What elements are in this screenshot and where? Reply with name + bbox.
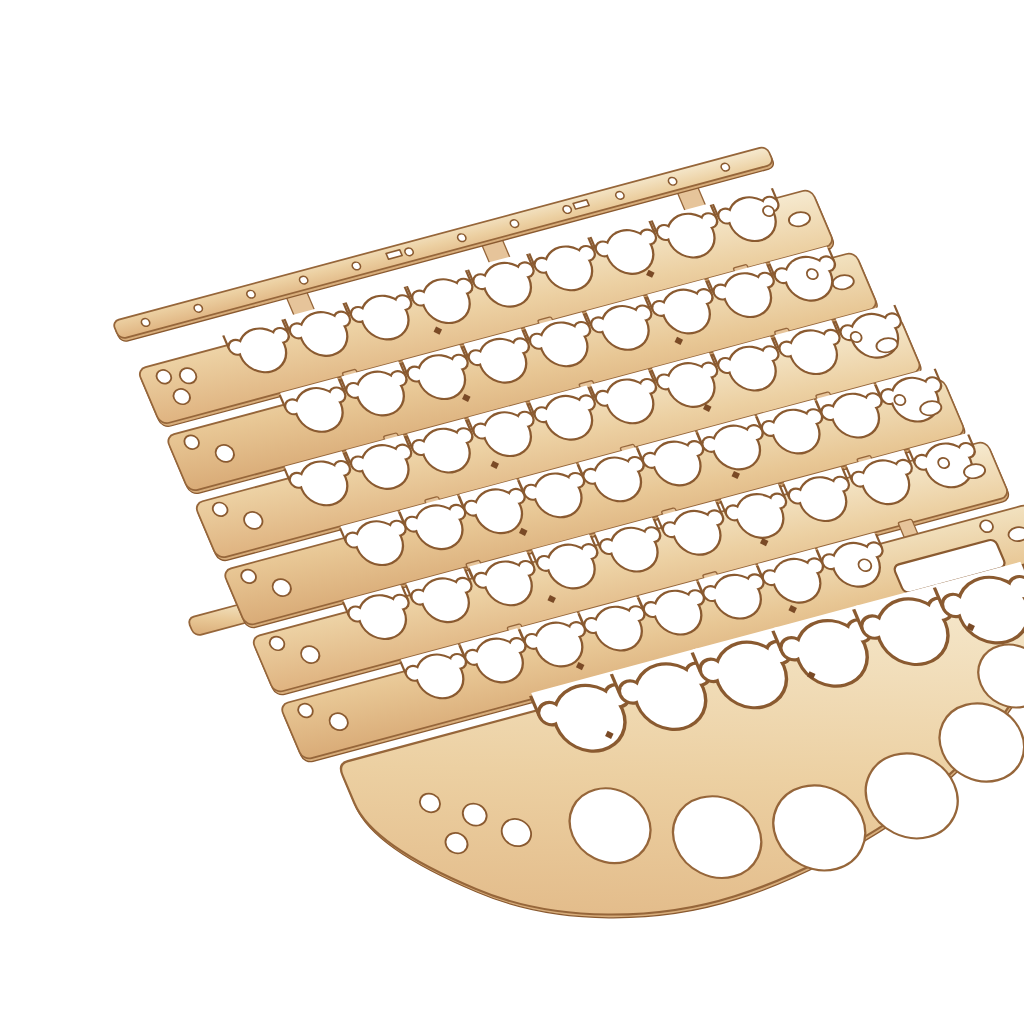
rack-illustration bbox=[40, 16, 1024, 1024]
product-photo bbox=[40, 16, 1024, 1024]
